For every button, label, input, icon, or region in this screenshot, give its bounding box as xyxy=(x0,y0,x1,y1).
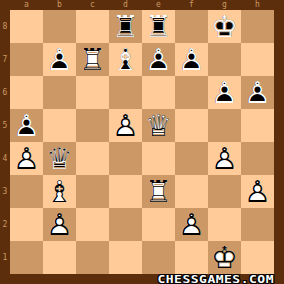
square-d6[interactable] xyxy=(109,76,142,109)
piece-white-pawn: ♟ xyxy=(46,210,73,240)
square-f6[interactable] xyxy=(175,76,208,109)
square-g3[interactable] xyxy=(208,175,241,208)
square-g7[interactable] xyxy=(208,43,241,76)
piece-white-king: ♚ xyxy=(211,243,238,273)
square-g8[interactable]: ♚ xyxy=(208,10,241,43)
square-g5[interactable] xyxy=(208,109,241,142)
square-h6[interactable]: ♟ xyxy=(241,76,274,109)
square-h7[interactable] xyxy=(241,43,274,76)
file-label-h: h xyxy=(241,0,274,10)
square-a5[interactable]: ♟ xyxy=(10,109,43,142)
square-c7[interactable]: ♜ xyxy=(76,43,109,76)
piece-white-rook: ♜ xyxy=(145,177,172,207)
square-b3[interactable]: ♝ xyxy=(43,175,76,208)
piece-white-pawn: ♟ xyxy=(112,111,139,141)
square-d5[interactable]: ♟ xyxy=(109,109,142,142)
piece-white-pawn: ♟ xyxy=(178,210,205,240)
file-label-c: c xyxy=(76,0,109,10)
site-brand: CHESSGAMES.COM xyxy=(157,275,274,284)
square-d4[interactable] xyxy=(109,142,142,175)
square-a2[interactable] xyxy=(10,208,43,241)
square-g6[interactable]: ♟ xyxy=(208,76,241,109)
file-label-b: b xyxy=(43,0,76,10)
board-frame: abcdefgh 87654321 ♜♜♚♟♜♝♟♟♟♟♟♟♛♟♛♟♝♜♟♟♟♚… xyxy=(0,0,284,284)
square-c8[interactable] xyxy=(76,10,109,43)
square-a3[interactable] xyxy=(10,175,43,208)
square-b4[interactable]: ♛ xyxy=(43,142,76,175)
square-d3[interactable] xyxy=(109,175,142,208)
piece-black-rook: ♜ xyxy=(145,12,172,42)
square-b7[interactable]: ♟ xyxy=(43,43,76,76)
square-a8[interactable] xyxy=(10,10,43,43)
square-e4[interactable] xyxy=(142,142,175,175)
square-a7[interactable] xyxy=(10,43,43,76)
piece-white-pawn: ♟ xyxy=(211,144,238,174)
square-f1[interactable] xyxy=(175,241,208,274)
rank-label-1: 1 xyxy=(0,241,10,274)
piece-black-pawn: ♟ xyxy=(244,78,271,108)
square-b2[interactable]: ♟ xyxy=(43,208,76,241)
square-b1[interactable] xyxy=(43,241,76,274)
square-h2[interactable] xyxy=(241,208,274,241)
rank-label-3: 3 xyxy=(0,175,10,208)
piece-black-king: ♚ xyxy=(211,12,238,42)
square-e7[interactable]: ♟ xyxy=(142,43,175,76)
square-f2[interactable]: ♟ xyxy=(175,208,208,241)
file-label-f: f xyxy=(175,0,208,10)
square-h3[interactable]: ♟ xyxy=(241,175,274,208)
square-h4[interactable] xyxy=(241,142,274,175)
square-d8[interactable]: ♜ xyxy=(109,10,142,43)
square-b5[interactable] xyxy=(43,109,76,142)
square-b6[interactable] xyxy=(43,76,76,109)
piece-black-bishop: ♝ xyxy=(112,45,139,75)
rank-label-4: 4 xyxy=(0,142,10,175)
piece-white-queen: ♛ xyxy=(145,111,172,141)
piece-black-rook: ♜ xyxy=(112,12,139,42)
square-e6[interactable] xyxy=(142,76,175,109)
square-c3[interactable] xyxy=(76,175,109,208)
square-a4[interactable]: ♟ xyxy=(10,142,43,175)
square-c5[interactable] xyxy=(76,109,109,142)
piece-white-pawn: ♟ xyxy=(13,144,40,174)
square-e8[interactable]: ♜ xyxy=(142,10,175,43)
piece-white-pawn: ♟ xyxy=(244,177,271,207)
rank-labels: 87654321 xyxy=(0,10,10,274)
square-g1[interactable]: ♚ xyxy=(208,241,241,274)
square-c4[interactable] xyxy=(76,142,109,175)
square-f4[interactable] xyxy=(175,142,208,175)
piece-black-pawn: ♟ xyxy=(13,111,40,141)
rank-label-6: 6 xyxy=(0,76,10,109)
square-h8[interactable] xyxy=(241,10,274,43)
piece-black-pawn: ♟ xyxy=(211,78,238,108)
square-f7[interactable]: ♟ xyxy=(175,43,208,76)
piece-black-pawn: ♟ xyxy=(178,45,205,75)
square-c2[interactable] xyxy=(76,208,109,241)
square-c6[interactable] xyxy=(76,76,109,109)
file-label-a: a xyxy=(10,0,43,10)
piece-white-bishop: ♝ xyxy=(46,177,73,207)
square-f8[interactable] xyxy=(175,10,208,43)
piece-black-queen: ♛ xyxy=(46,144,73,174)
square-a1[interactable] xyxy=(10,241,43,274)
square-h5[interactable] xyxy=(241,109,274,142)
square-g2[interactable] xyxy=(208,208,241,241)
square-d1[interactable] xyxy=(109,241,142,274)
square-h1[interactable] xyxy=(241,241,274,274)
rank-label-8: 8 xyxy=(0,10,10,43)
square-e5[interactable]: ♛ xyxy=(142,109,175,142)
square-d7[interactable]: ♝ xyxy=(109,43,142,76)
piece-black-pawn: ♟ xyxy=(145,45,172,75)
square-e2[interactable] xyxy=(142,208,175,241)
square-g4[interactable]: ♟ xyxy=(208,142,241,175)
rank-label-2: 2 xyxy=(0,208,10,241)
square-b8[interactable] xyxy=(43,10,76,43)
square-e3[interactable]: ♜ xyxy=(142,175,175,208)
rank-label-7: 7 xyxy=(0,43,10,76)
piece-black-pawn: ♟ xyxy=(46,45,73,75)
rank-label-5: 5 xyxy=(0,109,10,142)
piece-white-rook: ♜ xyxy=(79,45,106,75)
square-d2[interactable] xyxy=(109,208,142,241)
square-f5[interactable] xyxy=(175,109,208,142)
square-a6[interactable] xyxy=(10,76,43,109)
square-c1[interactable] xyxy=(76,241,109,274)
square-e1[interactable] xyxy=(142,241,175,274)
square-f3[interactable] xyxy=(175,175,208,208)
chess-board: ♜♜♚♟♜♝♟♟♟♟♟♟♛♟♛♟♝♜♟♟♟♚ xyxy=(10,10,274,274)
